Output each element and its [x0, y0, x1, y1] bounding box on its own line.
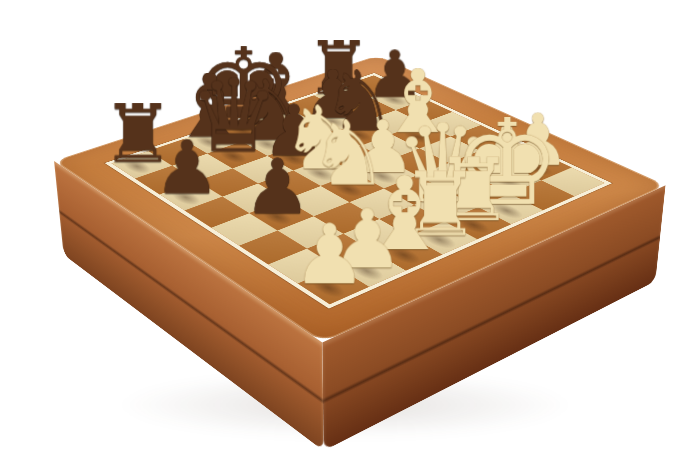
product-photo-stage: ♟♟♜♝♟♟♞♚♝♟♛♜♚♞♟♞♞♜♝♛♝♟♟♜♟♟ — [0, 0, 700, 475]
white-pawn-a1[interactable]: ♟ — [261, 222, 399, 287]
chess-box: ♟♟♜♝♟♟♞♚♝♟♛♜♚♞♟♞♞♜♝♛♝♟♟♜♟♟ — [54, 56, 666, 343]
square-a6[interactable]: ♟ — [159, 181, 222, 211]
